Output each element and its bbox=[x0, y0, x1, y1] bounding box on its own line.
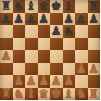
square-d5[interactable] bbox=[38, 38, 51, 51]
square-a7[interactable]: ♟ bbox=[0, 13, 13, 26]
square-h8[interactable]: ♜ bbox=[88, 0, 101, 13]
square-b5[interactable] bbox=[13, 38, 26, 51]
black-queen[interactable]: ♛ bbox=[38, 0, 49, 13]
black-knight[interactable]: ♞ bbox=[63, 25, 74, 38]
square-g8[interactable] bbox=[75, 0, 88, 13]
square-a4[interactable]: ♟ bbox=[0, 50, 13, 63]
square-g3[interactable]: ♟ bbox=[75, 63, 88, 76]
square-f5[interactable] bbox=[63, 38, 76, 51]
white-knight[interactable]: ♞ bbox=[13, 88, 24, 101]
square-b4[interactable] bbox=[13, 50, 26, 63]
square-c2[interactable]: ♟ bbox=[25, 75, 38, 88]
square-c6[interactable] bbox=[25, 25, 38, 38]
white-rook[interactable]: ♜ bbox=[88, 88, 99, 101]
black-bishop[interactable]: ♝ bbox=[26, 0, 37, 13]
square-h1[interactable]: ♜ bbox=[88, 88, 101, 101]
white-king[interactable]: ♚ bbox=[51, 88, 62, 101]
black-pawn[interactable]: ♟ bbox=[76, 13, 87, 26]
white-pawn[interactable]: ♟ bbox=[76, 63, 87, 76]
square-e5[interactable] bbox=[50, 38, 63, 51]
square-c8[interactable]: ♝ bbox=[25, 0, 38, 13]
square-e6[interactable]: ♟ bbox=[50, 25, 63, 38]
black-king[interactable]: ♚ bbox=[51, 0, 62, 13]
square-h2[interactable] bbox=[88, 75, 101, 88]
black-bishop[interactable]: ♝ bbox=[63, 0, 74, 13]
square-g4[interactable] bbox=[75, 50, 88, 63]
square-b6[interactable] bbox=[13, 25, 26, 38]
square-a8[interactable]: ♜ bbox=[0, 0, 13, 13]
square-d4[interactable] bbox=[38, 50, 51, 63]
square-g7[interactable]: ♟ bbox=[75, 13, 88, 26]
square-h4[interactable] bbox=[88, 50, 101, 63]
white-queen[interactable]: ♛ bbox=[38, 88, 49, 101]
black-pawn[interactable]: ♟ bbox=[88, 13, 99, 26]
square-h7[interactable]: ♟ bbox=[88, 13, 101, 26]
black-rook[interactable]: ♜ bbox=[88, 0, 99, 13]
square-f2[interactable]: ♟ bbox=[63, 75, 76, 88]
square-d7[interactable]: ♟ bbox=[38, 13, 51, 26]
white-pawn[interactable]: ♟ bbox=[26, 75, 37, 88]
square-g6[interactable] bbox=[75, 25, 88, 38]
square-d1[interactable]: ♛ bbox=[38, 88, 51, 101]
square-g5[interactable] bbox=[75, 38, 88, 51]
black-pawn[interactable]: ♟ bbox=[13, 13, 24, 26]
square-a1[interactable]: ♜ bbox=[0, 88, 13, 101]
white-pawn[interactable]: ♟ bbox=[1, 50, 12, 63]
square-f6[interactable]: ♞ bbox=[63, 25, 76, 38]
square-a3[interactable] bbox=[0, 63, 13, 76]
square-c5[interactable] bbox=[25, 38, 38, 51]
square-g2[interactable] bbox=[75, 75, 88, 88]
square-e1[interactable]: ♚ bbox=[50, 88, 63, 101]
square-b7[interactable]: ♟ bbox=[13, 13, 26, 26]
square-f8[interactable]: ♝ bbox=[63, 0, 76, 13]
square-b2[interactable]: ♟ bbox=[13, 75, 26, 88]
white-bishop[interactable]: ♝ bbox=[63, 88, 74, 101]
square-h5[interactable] bbox=[88, 38, 101, 51]
black-pawn[interactable]: ♟ bbox=[1, 13, 12, 26]
square-e2[interactable]: ♟ bbox=[50, 75, 63, 88]
square-a6[interactable] bbox=[0, 25, 13, 38]
white-pawn[interactable]: ♟ bbox=[63, 75, 74, 88]
white-pawn[interactable]: ♟ bbox=[51, 75, 62, 88]
square-f1[interactable]: ♝ bbox=[63, 88, 76, 101]
square-h6[interactable] bbox=[88, 25, 101, 38]
white-knight[interactable]: ♞ bbox=[76, 88, 87, 101]
square-g1[interactable]: ♞ bbox=[75, 88, 88, 101]
square-d8[interactable]: ♛ bbox=[38, 0, 51, 13]
square-d6[interactable] bbox=[38, 25, 51, 38]
square-d2[interactable]: ♟ bbox=[38, 75, 51, 88]
square-b1[interactable]: ♞ bbox=[13, 88, 26, 101]
square-e4[interactable] bbox=[50, 50, 63, 63]
black-rook[interactable]: ♜ bbox=[1, 0, 12, 13]
square-c1[interactable]: ♝ bbox=[25, 88, 38, 101]
black-knight[interactable]: ♞ bbox=[13, 0, 24, 13]
square-e8[interactable]: ♚ bbox=[50, 0, 63, 13]
white-pawn[interactable]: ♟ bbox=[13, 75, 24, 88]
black-pawn[interactable]: ♟ bbox=[38, 13, 49, 26]
black-pawn[interactable]: ♟ bbox=[51, 25, 62, 38]
white-pawn[interactable]: ♟ bbox=[38, 75, 49, 88]
square-f4[interactable] bbox=[63, 50, 76, 63]
black-pawn[interactable]: ♟ bbox=[26, 13, 37, 26]
square-h3[interactable]: ♟ bbox=[88, 63, 101, 76]
square-a2[interactable] bbox=[0, 75, 13, 88]
white-rook[interactable]: ♜ bbox=[1, 88, 12, 101]
white-bishop[interactable]: ♝ bbox=[26, 88, 37, 101]
chess-board: ♜♞♝♛♚♝♜♟♟♟♟♟♟♟♟♞♟♟♟♟♟♟♟♟♜♞♝♛♚♝♞♜ bbox=[0, 0, 100, 100]
white-pawn[interactable]: ♟ bbox=[88, 63, 99, 76]
square-c4[interactable] bbox=[25, 50, 38, 63]
square-b8[interactable]: ♞ bbox=[13, 0, 26, 13]
square-c7[interactable]: ♟ bbox=[25, 13, 38, 26]
